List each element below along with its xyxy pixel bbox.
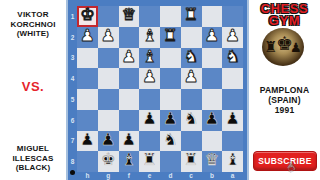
square-d6: ♟: [160, 110, 181, 131]
square-h5: [77, 89, 98, 110]
rank-label-2: 2: [68, 27, 77, 48]
piece-white-pawn-a2: ♟: [225, 28, 240, 45]
piece-black-queen-b8: ♛: [204, 152, 219, 169]
file-label-e: e: [139, 171, 160, 180]
piece-white-pawn-e4: ♟: [142, 69, 157, 86]
square-d3: [160, 48, 181, 69]
rank-label-7: 7: [68, 131, 77, 152]
square-e6: ♟: [139, 110, 160, 131]
file-label-b: b: [202, 171, 223, 180]
square-g5: [98, 89, 119, 110]
piece-black-pawn-d6: ♟: [163, 111, 178, 128]
piece-black-bishop-a8: ♝: [225, 152, 240, 169]
square-c5: [181, 89, 202, 110]
square-b7: [202, 131, 223, 152]
rank-label-6: 6: [68, 110, 77, 131]
left-panel: VIKTOR KORCHNOI (WHITE) VS. MIGUEL ILLES…: [0, 0, 66, 180]
file-label-g: g: [98, 171, 119, 180]
square-c3: ♞: [181, 48, 202, 69]
square-b3: [202, 48, 223, 69]
black-to-move-indicator: [70, 170, 75, 175]
square-b1: [202, 6, 223, 27]
square-g8: ♚: [98, 151, 119, 172]
piece-white-rook-c1: ♜: [184, 7, 199, 24]
square-b8: ♛: [202, 151, 223, 172]
square-a5: [222, 89, 243, 110]
piece-white-pawn-b2: ♟: [204, 28, 219, 45]
piece-white-queen-f1: ♛: [121, 7, 136, 24]
square-b6: ♟: [202, 110, 223, 131]
piece-black-knight-c6: ♞: [184, 111, 199, 128]
file-label-d: d: [160, 171, 181, 180]
square-b2: ♟: [202, 27, 223, 48]
square-f1: ♛: [119, 6, 140, 27]
rank-label-5: 5: [68, 89, 77, 110]
white-player-name: VIKTOR KORCHNOI (WHITE): [0, 10, 66, 39]
square-c4: ♟: [181, 68, 202, 89]
square-f5: [119, 89, 140, 110]
rank-label-8: 8: [68, 151, 77, 172]
piece-black-pawn-b6: ♟: [204, 111, 219, 128]
square-g7: ♟: [98, 131, 119, 152]
square-h3: [77, 48, 98, 69]
square-f6: [119, 110, 140, 131]
square-f7: ♟: [119, 131, 140, 152]
file-label-f: f: [119, 171, 140, 180]
square-g3: [98, 48, 119, 69]
square-e2: ♝: [139, 27, 160, 48]
square-d1: [160, 6, 181, 27]
black-player-line: MIGUEL: [0, 144, 66, 154]
black-player-line: ILLESCAS: [0, 154, 66, 164]
square-g2: ♟: [98, 27, 119, 48]
piece-white-knight-a3: ♞: [225, 49, 240, 66]
rank-label-3: 3: [68, 48, 77, 69]
square-c6: ♞: [181, 110, 202, 131]
square-d5: [160, 89, 181, 110]
brand-logo-icon: ♜ ♚ ♟: [262, 28, 304, 66]
square-b4: [202, 68, 223, 89]
piece-white-bishop-e2: ♝: [142, 28, 157, 45]
piece-white-knight-c3: ♞: [184, 49, 199, 66]
brand-title: CHESS GYM: [249, 3, 320, 26]
piece-white-pawn-f3: ♟: [121, 49, 136, 66]
file-label-c: c: [181, 171, 202, 180]
square-f3: ♟: [119, 48, 140, 69]
square-a4: [222, 68, 243, 89]
square-a8: ♝: [222, 151, 243, 172]
square-c7: [181, 131, 202, 152]
rank-labels: 12345678: [68, 6, 77, 172]
piece-white-rook-d2: ♜: [163, 28, 178, 45]
square-e3: ♝: [139, 48, 160, 69]
square-f8: ♝: [119, 151, 140, 172]
square-a7: [222, 131, 243, 152]
black-player-line: (BLACK): [0, 163, 66, 173]
piece-black-king-g8: ♚: [101, 152, 116, 169]
square-d8: [160, 151, 181, 172]
piece-black-pawn-f7: ♟: [121, 132, 136, 149]
square-b5: [202, 89, 223, 110]
square-a1: [222, 6, 243, 27]
piece-black-pawn-h7: ♟: [80, 132, 95, 149]
square-a2: ♟: [222, 27, 243, 48]
white-player-line: VIKTOR: [0, 10, 66, 20]
pawn-silhouette-icon: ♟: [290, 40, 302, 55]
square-d2: ♜: [160, 27, 181, 48]
piece-white-pawn-c4: ♟: [184, 69, 199, 86]
event-info: PAMPLONA (SPAIN) 1991: [249, 85, 320, 115]
square-e7: [139, 131, 160, 152]
brand-line: GYM: [249, 15, 320, 27]
square-h8: [77, 151, 98, 172]
file-label-h: h: [77, 171, 98, 180]
square-e5: [139, 89, 160, 110]
square-g4: [98, 68, 119, 89]
event-line: PAMPLONA: [249, 85, 320, 95]
piece-black-rook-e8: ♜: [142, 152, 157, 169]
square-f4: [119, 68, 140, 89]
file-label-a: a: [222, 171, 243, 180]
square-h2: ♟: [77, 27, 98, 48]
square-h6: [77, 110, 98, 131]
piece-black-rook-c8: ♜: [184, 152, 199, 169]
vs-label: VS.: [0, 79, 66, 94]
square-e8: ♜: [139, 151, 160, 172]
square-e1: [139, 6, 160, 27]
right-panel: CHESS GYM ♜ ♚ ♟ PAMPLONA (SPAIN) 1991 SU…: [249, 0, 320, 180]
square-d4: [160, 68, 181, 89]
piece-black-pawn-g7: ♟: [101, 132, 116, 149]
square-c8: ♜: [181, 151, 202, 172]
white-player-line: (WHITE): [0, 29, 66, 39]
square-c1: ♜: [181, 6, 202, 27]
square-g6: [98, 110, 119, 131]
piece-black-knight-d7: ♞: [163, 132, 178, 149]
piece-black-pawn-e6: ♟: [142, 111, 157, 128]
rank-label-4: 4: [68, 68, 77, 89]
piece-black-pawn-a6: ♟: [225, 111, 240, 128]
white-player-line: KORCHNOI: [0, 20, 66, 30]
square-h7: ♟: [77, 131, 98, 152]
file-labels: hgfedcba: [77, 171, 243, 180]
piece-white-king-h1: ♚: [80, 7, 95, 24]
square-f2: [119, 27, 140, 48]
square-e4: ♟: [139, 68, 160, 89]
piece-black-bishop-f8: ♝: [121, 152, 136, 169]
rank-label-1: 1: [68, 6, 77, 27]
board-squares: ♚♛♜♟♟♝♜♟♟♟♝♞♞♟♟♟♟♞♟♟♟♟♟♞♚♝♜♜♛♝: [77, 6, 243, 172]
square-h4: [77, 68, 98, 89]
piece-white-pawn-h2: ♟: [80, 28, 95, 45]
event-line: (SPAIN): [249, 95, 320, 105]
square-a6: ♟: [222, 110, 243, 131]
black-player-name: MIGUEL ILLESCAS (BLACK): [0, 144, 66, 173]
square-h1: ♚: [77, 6, 98, 27]
piece-white-bishop-e3: ♝: [142, 49, 157, 66]
chess-board: 12345678 ♚♛♜♟♟♝♜♟♟♟♝♞♞♟♟♟♟♞♟♟♟♟♟♞♚♝♜♜♛♝ …: [66, 0, 249, 180]
event-line: 1991: [249, 105, 320, 115]
square-a3: ♞: [222, 48, 243, 69]
square-d7: ♞: [160, 131, 181, 152]
square-c2: [181, 27, 202, 48]
piece-white-pawn-g2: ♟: [101, 28, 116, 45]
square-g1: [98, 6, 119, 27]
